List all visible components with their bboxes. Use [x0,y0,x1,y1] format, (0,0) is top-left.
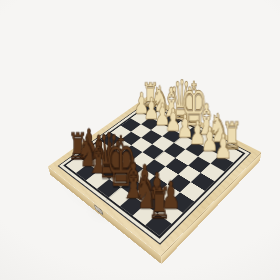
black-rook: ♜ [140,182,179,225]
white-pawn: ♟ [208,130,238,164]
board-top-face: ♜♟♟♜♞♟♟♞♝♟♟♝♛♟♟♛♚♟♟♚♝♟♟♝♞♟♟♞♜♟♟♜ [48,95,261,255]
board-grid: ♜♟♟♜♞♟♟♞♝♟♟♝♛♟♟♛♚♟♟♚♝♟♟♝♞♟♟♞♜♟♟♜ [63,103,245,238]
playing-mat: ♜♟♟♜♞♟♟♞♝♟♟♝♛♟♟♛♚♟♟♚♝♟♟♝♞♟♟♞♜♟♟♜ [58,100,252,244]
photo-background: ♜♟♟♜♞♟♟♞♝♟♟♝♛♟♟♛♚♟♟♚♝♟♟♝♞♟♟♞♜♟♟♜ [0,0,280,280]
square-h4 [191,173,215,191]
square-h8: ♜ [146,214,172,236]
scene: ♜♟♟♜♞♟♟♞♝♟♟♝♛♟♟♛♚♟♟♚♝♟♟♝♞♟♟♞♜♟♟♜ [0,0,280,280]
chess-board: ♜♟♟♜♞♟♟♞♝♟♟♝♛♟♟♛♚♟♟♚♝♟♟♝♞♟♟♞♜♟♟♜ [48,95,261,255]
square-h3 [201,164,224,181]
